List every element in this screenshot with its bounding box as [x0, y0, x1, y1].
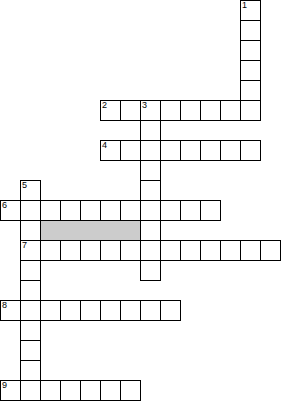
crossword-cell[interactable]: 5 — [20, 180, 41, 201]
crossword-cell[interactable] — [100, 240, 121, 261]
crossword-cell[interactable] — [80, 200, 101, 221]
crossword-cell[interactable] — [140, 260, 161, 281]
crossword-cell[interactable] — [140, 300, 161, 321]
crossword-cell[interactable]: 6 — [0, 200, 21, 221]
crossword-cell[interactable] — [100, 380, 121, 401]
crossword-cell[interactable] — [40, 380, 61, 401]
crossword-cell[interactable] — [160, 200, 181, 221]
crossword-cell[interactable] — [80, 240, 101, 261]
crossword-cell[interactable] — [20, 300, 41, 321]
crossword-cell[interactable] — [120, 240, 141, 261]
crossword-cell[interactable] — [60, 300, 81, 321]
crossword-cell[interactable] — [60, 240, 81, 261]
crossword-cell[interactable] — [180, 140, 201, 161]
crossword-cell[interactable] — [20, 280, 41, 301]
crossword-cell[interactable] — [260, 240, 281, 261]
crossword-cell[interactable] — [20, 360, 41, 381]
crossword-cell[interactable] — [140, 120, 161, 141]
crossword-cell[interactable] — [140, 180, 161, 201]
crossword-cell[interactable] — [20, 220, 41, 241]
crossword-cell[interactable] — [20, 340, 41, 361]
crossword-cell[interactable] — [160, 300, 181, 321]
crossword-cell[interactable] — [240, 140, 261, 161]
crossword-cell[interactable] — [100, 300, 121, 321]
crossword-cell[interactable] — [160, 140, 181, 161]
crossword-cell[interactable] — [20, 200, 41, 221]
crossword-cell[interactable] — [20, 380, 41, 401]
crossword-cell[interactable] — [80, 300, 101, 321]
crossword-cell[interactable] — [40, 300, 61, 321]
crossword-cell[interactable] — [40, 200, 61, 221]
crossword-cell[interactable] — [220, 140, 241, 161]
clue-number: 6 — [2, 201, 7, 210]
crossword-cell[interactable] — [140, 220, 161, 241]
clue-number: 9 — [2, 381, 7, 390]
clue-number: 7 — [22, 241, 27, 250]
crossword-cell[interactable] — [120, 380, 141, 401]
crossword-cell[interactable] — [60, 380, 81, 401]
crossword-cell[interactable] — [20, 320, 41, 341]
crossword-cell[interactable] — [120, 140, 141, 161]
clue-number: 1 — [242, 1, 247, 10]
crossword-cell[interactable] — [240, 20, 261, 41]
crossword-cell[interactable] — [200, 100, 221, 121]
crossword-cell[interactable] — [140, 140, 161, 161]
crossword-cell[interactable] — [180, 240, 201, 261]
crossword-cell[interactable] — [140, 200, 161, 221]
clue-number: 4 — [102, 141, 107, 150]
crossword-cell[interactable]: 8 — [0, 300, 21, 321]
crossword-cell[interactable] — [80, 380, 101, 401]
crossword-cell[interactable]: 7 — [20, 240, 41, 261]
crossword-cell[interactable] — [220, 100, 241, 121]
crossword-cell[interactable] — [120, 300, 141, 321]
clue-number: 2 — [102, 101, 107, 110]
crossword-cell[interactable] — [240, 80, 261, 101]
crossword-cell[interactable]: 1 — [240, 0, 261, 21]
crossword-cell[interactable] — [140, 160, 161, 181]
crossword-cell[interactable] — [200, 240, 221, 261]
crossword-cell[interactable] — [160, 240, 181, 261]
crossword-cell[interactable]: 2 — [100, 100, 121, 121]
crossword-board: 123456789 — [0, 0, 281, 401]
crossword-cell[interactable]: 3 — [140, 100, 161, 121]
crossword-cell[interactable] — [40, 240, 61, 261]
crossword-cell[interactable] — [140, 240, 161, 261]
crossword-cell[interactable] — [100, 200, 121, 221]
crossword-cell[interactable] — [220, 240, 241, 261]
crossword-cell[interactable] — [60, 200, 81, 221]
crossword-cell[interactable] — [200, 200, 221, 221]
crossword-cell[interactable] — [240, 100, 261, 121]
crossword-cell[interactable] — [120, 100, 141, 121]
clue-number: 5 — [22, 181, 27, 190]
crossword-cell[interactable] — [240, 40, 261, 61]
crossword-cell[interactable] — [20, 260, 41, 281]
crossword-cell[interactable] — [240, 60, 261, 81]
crossword-cell[interactable] — [120, 200, 141, 221]
clue-number: 8 — [2, 301, 7, 310]
crossword-cell[interactable] — [180, 100, 201, 121]
crossword-cell[interactable] — [200, 140, 221, 161]
crossword-cell[interactable] — [160, 100, 181, 121]
crossword-cell[interactable] — [180, 200, 201, 221]
crossword-cell[interactable] — [240, 240, 261, 261]
clue-number: 3 — [142, 101, 147, 110]
crossword-cell[interactable]: 4 — [100, 140, 121, 161]
crossword-cell[interactable]: 9 — [0, 380, 21, 401]
shaded-block — [40, 220, 141, 241]
